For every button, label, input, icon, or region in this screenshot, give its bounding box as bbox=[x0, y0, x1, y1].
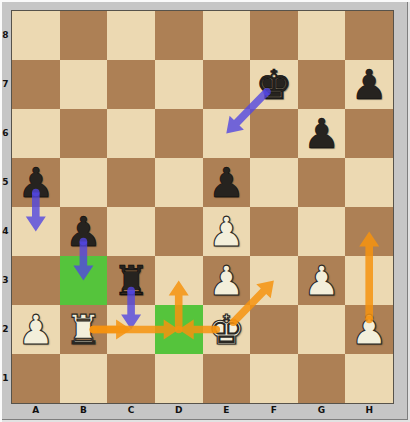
square-h4[interactable] bbox=[345, 207, 393, 256]
file-label-d: D bbox=[169, 405, 189, 419]
square-f7[interactable]: ♚ bbox=[250, 60, 298, 109]
square-a1[interactable] bbox=[12, 354, 60, 403]
square-a2[interactable]: ♟ bbox=[12, 305, 60, 354]
file-label-b: B bbox=[73, 405, 93, 419]
rank-label-1: 1 bbox=[0, 373, 11, 383]
square-e7[interactable] bbox=[203, 60, 251, 109]
square-c8[interactable] bbox=[107, 11, 155, 60]
square-c4[interactable] bbox=[107, 207, 155, 256]
square-b4[interactable]: ♟ bbox=[60, 207, 108, 256]
square-g7[interactable] bbox=[298, 60, 346, 109]
rank-label-5: 5 bbox=[0, 177, 11, 187]
square-a3[interactable] bbox=[12, 256, 60, 305]
square-f1[interactable] bbox=[250, 354, 298, 403]
square-h6[interactable] bbox=[345, 109, 393, 158]
file-label-h: H bbox=[359, 405, 379, 419]
rank-label-7: 7 bbox=[0, 79, 11, 89]
square-a7[interactable] bbox=[12, 60, 60, 109]
square-e5[interactable]: ♟ bbox=[203, 158, 251, 207]
file-label-e: E bbox=[216, 405, 236, 419]
square-e6[interactable] bbox=[203, 109, 251, 158]
square-b5[interactable] bbox=[60, 158, 108, 207]
square-g3[interactable]: ♟ bbox=[298, 256, 346, 305]
square-d1[interactable] bbox=[155, 354, 203, 403]
square-d8[interactable] bbox=[155, 11, 203, 60]
chess-board: ♚♟♟♟♟♟♟♜♟♟♟♜♚♟ bbox=[11, 10, 394, 404]
black-pawn-h7[interactable]: ♟ bbox=[351, 65, 388, 106]
rank-label-3: 3 bbox=[0, 275, 11, 285]
square-d7[interactable] bbox=[155, 60, 203, 109]
white-pawn-h2[interactable]: ♟ bbox=[351, 310, 388, 351]
square-b1[interactable] bbox=[60, 354, 108, 403]
square-f3[interactable] bbox=[250, 256, 298, 305]
square-d6[interactable] bbox=[155, 109, 203, 158]
square-d5[interactable] bbox=[155, 158, 203, 207]
square-g4[interactable] bbox=[298, 207, 346, 256]
square-h5[interactable] bbox=[345, 158, 393, 207]
white-king-e2[interactable]: ♚ bbox=[208, 310, 245, 351]
square-h7[interactable]: ♟ bbox=[345, 60, 393, 109]
square-a6[interactable] bbox=[12, 109, 60, 158]
square-g1[interactable] bbox=[298, 354, 346, 403]
white-rook-b2[interactable]: ♜ bbox=[65, 310, 102, 351]
square-a8[interactable] bbox=[12, 11, 60, 60]
square-f6[interactable] bbox=[250, 109, 298, 158]
square-h1[interactable] bbox=[345, 354, 393, 403]
square-e2[interactable]: ♚ bbox=[203, 305, 251, 354]
black-rook-c3[interactable]: ♜ bbox=[113, 261, 150, 302]
square-e3[interactable]: ♟ bbox=[203, 256, 251, 305]
square-b3[interactable] bbox=[60, 256, 108, 305]
square-c6[interactable] bbox=[107, 109, 155, 158]
square-f4[interactable] bbox=[250, 207, 298, 256]
square-f8[interactable] bbox=[250, 11, 298, 60]
square-b8[interactable] bbox=[60, 11, 108, 60]
square-c1[interactable] bbox=[107, 354, 155, 403]
square-h8[interactable] bbox=[345, 11, 393, 60]
square-c3[interactable]: ♜ bbox=[107, 256, 155, 305]
square-b7[interactable] bbox=[60, 60, 108, 109]
square-d4[interactable] bbox=[155, 207, 203, 256]
white-pawn-a2[interactable]: ♟ bbox=[17, 310, 54, 351]
square-b2[interactable]: ♜ bbox=[60, 305, 108, 354]
file-label-g: G bbox=[312, 405, 332, 419]
square-g5[interactable] bbox=[298, 158, 346, 207]
black-pawn-e5[interactable]: ♟ bbox=[208, 163, 245, 204]
square-g6[interactable]: ♟ bbox=[298, 109, 346, 158]
rank-label-4: 4 bbox=[0, 226, 11, 236]
square-g8[interactable] bbox=[298, 11, 346, 60]
file-label-a: A bbox=[26, 405, 46, 419]
square-a4[interactable] bbox=[12, 207, 60, 256]
square-e4[interactable]: ♟ bbox=[203, 207, 251, 256]
white-pawn-e4[interactable]: ♟ bbox=[208, 212, 245, 253]
black-pawn-b4[interactable]: ♟ bbox=[65, 212, 102, 253]
black-king-f7[interactable]: ♚ bbox=[256, 65, 293, 106]
square-e1[interactable] bbox=[203, 354, 251, 403]
square-c7[interactable] bbox=[107, 60, 155, 109]
square-c5[interactable] bbox=[107, 158, 155, 207]
black-pawn-a5[interactable]: ♟ bbox=[17, 163, 54, 204]
file-label-f: F bbox=[264, 405, 284, 419]
rank-label-8: 8 bbox=[0, 30, 11, 40]
black-pawn-g6[interactable]: ♟ bbox=[303, 114, 340, 155]
square-a5[interactable]: ♟ bbox=[12, 158, 60, 207]
square-h3[interactable] bbox=[345, 256, 393, 305]
square-c2[interactable] bbox=[107, 305, 155, 354]
white-pawn-e3[interactable]: ♟ bbox=[208, 261, 245, 302]
rank-label-6: 6 bbox=[0, 128, 11, 138]
chess-board-panel: ♚♟♟♟♟♟♟♜♟♟♟♜♚♟ 87654321ABCDEFGH bbox=[0, 0, 410, 422]
square-e8[interactable] bbox=[203, 11, 251, 60]
square-h2[interactable]: ♟ bbox=[345, 305, 393, 354]
square-f5[interactable] bbox=[250, 158, 298, 207]
white-pawn-g3[interactable]: ♟ bbox=[303, 261, 340, 302]
rank-label-2: 2 bbox=[0, 324, 11, 334]
square-d2[interactable] bbox=[155, 305, 203, 354]
square-d3[interactable] bbox=[155, 256, 203, 305]
file-label-c: C bbox=[121, 405, 141, 419]
square-g2[interactable] bbox=[298, 305, 346, 354]
square-b6[interactable] bbox=[60, 109, 108, 158]
square-f2[interactable] bbox=[250, 305, 298, 354]
